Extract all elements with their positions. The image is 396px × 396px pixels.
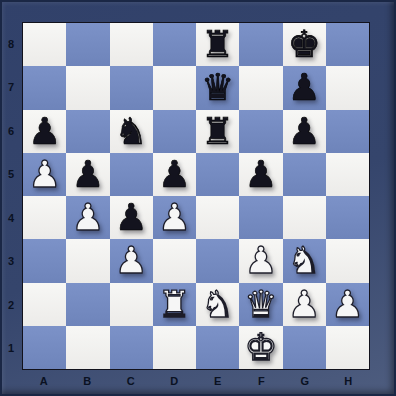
piece-white-pawn[interactable]: ♟ xyxy=(244,242,277,279)
rank-label-5: 5 xyxy=(0,153,22,197)
square-h8[interactable] xyxy=(326,23,369,66)
square-a1[interactable] xyxy=(23,326,66,369)
piece-white-knight[interactable]: ♞ xyxy=(201,286,234,323)
square-b5[interactable]: ♟ xyxy=(66,153,109,196)
rank-label-2: 2 xyxy=(0,283,22,327)
rank-label-8: 8 xyxy=(0,22,22,66)
square-h4[interactable] xyxy=(326,196,369,239)
square-f3[interactable]: ♟ xyxy=(239,239,282,282)
square-c5[interactable] xyxy=(110,153,153,196)
piece-black-king[interactable]: ♚ xyxy=(288,26,321,63)
piece-black-pawn[interactable]: ♟ xyxy=(244,156,277,193)
square-e3[interactable] xyxy=(196,239,239,282)
square-c3[interactable]: ♟ xyxy=(110,239,153,282)
piece-white-pawn[interactable]: ♟ xyxy=(115,242,148,279)
square-g1[interactable] xyxy=(283,326,326,369)
square-b2[interactable] xyxy=(66,283,109,326)
square-d4[interactable]: ♟ xyxy=(153,196,196,239)
square-e2[interactable]: ♞ xyxy=(196,283,239,326)
piece-white-king[interactable]: ♚ xyxy=(244,329,277,366)
square-g8[interactable]: ♚ xyxy=(283,23,326,66)
piece-black-pawn[interactable]: ♟ xyxy=(288,113,321,150)
square-d5[interactable]: ♟ xyxy=(153,153,196,196)
chessboard: ♜♚♛♟♟♞♜♟♟♟♟♟♟♟♟♟♟♞♜♞♛♟♟♚ xyxy=(22,22,370,370)
square-d1[interactable] xyxy=(153,326,196,369)
square-c8[interactable] xyxy=(110,23,153,66)
piece-white-rook[interactable]: ♜ xyxy=(158,286,191,323)
square-c4[interactable]: ♟ xyxy=(110,196,153,239)
square-h5[interactable] xyxy=(326,153,369,196)
square-f6[interactable] xyxy=(239,110,282,153)
square-g7[interactable]: ♟ xyxy=(283,66,326,109)
rank-label-3: 3 xyxy=(0,240,22,284)
square-a8[interactable] xyxy=(23,23,66,66)
square-h3[interactable] xyxy=(326,239,369,282)
square-b1[interactable] xyxy=(66,326,109,369)
square-h2[interactable]: ♟ xyxy=(326,283,369,326)
piece-black-pawn[interactable]: ♟ xyxy=(288,69,321,106)
rank-label-1: 1 xyxy=(0,327,22,371)
square-c1[interactable] xyxy=(110,326,153,369)
square-d3[interactable] xyxy=(153,239,196,282)
square-h6[interactable] xyxy=(326,110,369,153)
piece-black-pawn[interactable]: ♟ xyxy=(71,156,104,193)
square-e5[interactable] xyxy=(196,153,239,196)
piece-black-pawn[interactable]: ♟ xyxy=(28,113,61,150)
square-a2[interactable] xyxy=(23,283,66,326)
file-label-e: E xyxy=(196,371,240,390)
file-label-b: B xyxy=(66,371,110,390)
square-e1[interactable] xyxy=(196,326,239,369)
square-d6[interactable] xyxy=(153,110,196,153)
square-f1[interactable]: ♚ xyxy=(239,326,282,369)
square-g4[interactable] xyxy=(283,196,326,239)
square-e8[interactable]: ♜ xyxy=(196,23,239,66)
square-d2[interactable]: ♜ xyxy=(153,283,196,326)
piece-black-pawn[interactable]: ♟ xyxy=(115,199,148,236)
chessboard-frame: 87654321 ABCDEFGH ♜♚♛♟♟♞♜♟♟♟♟♟♟♟♟♟♟♞♜♞♛♟… xyxy=(0,0,396,396)
piece-white-queen[interactable]: ♛ xyxy=(244,286,277,323)
square-a4[interactable] xyxy=(23,196,66,239)
square-a7[interactable] xyxy=(23,66,66,109)
piece-black-queen[interactable]: ♛ xyxy=(201,69,234,106)
square-a5[interactable]: ♟ xyxy=(23,153,66,196)
square-e4[interactable] xyxy=(196,196,239,239)
square-f5[interactable]: ♟ xyxy=(239,153,282,196)
square-g2[interactable]: ♟ xyxy=(283,283,326,326)
square-f4[interactable] xyxy=(239,196,282,239)
piece-white-pawn[interactable]: ♟ xyxy=(331,286,364,323)
file-label-c: C xyxy=(109,371,153,390)
square-h7[interactable] xyxy=(326,66,369,109)
file-label-g: G xyxy=(283,371,327,390)
square-b3[interactable] xyxy=(66,239,109,282)
square-b6[interactable] xyxy=(66,110,109,153)
rank-label-4: 4 xyxy=(0,196,22,240)
square-h1[interactable] xyxy=(326,326,369,369)
square-c7[interactable] xyxy=(110,66,153,109)
square-a3[interactable] xyxy=(23,239,66,282)
piece-black-knight[interactable]: ♞ xyxy=(115,113,148,150)
piece-black-rook[interactable]: ♜ xyxy=(201,26,234,63)
square-b4[interactable]: ♟ xyxy=(66,196,109,239)
piece-white-pawn[interactable]: ♟ xyxy=(71,199,104,236)
square-g5[interactable] xyxy=(283,153,326,196)
square-c6[interactable]: ♞ xyxy=(110,110,153,153)
square-c2[interactable] xyxy=(110,283,153,326)
rank-label-7: 7 xyxy=(0,66,22,110)
square-g3[interactable]: ♞ xyxy=(283,239,326,282)
piece-white-pawn[interactable]: ♟ xyxy=(288,286,321,323)
square-f7[interactable] xyxy=(239,66,282,109)
file-label-f: F xyxy=(240,371,284,390)
square-b8[interactable] xyxy=(66,23,109,66)
piece-white-pawn[interactable]: ♟ xyxy=(158,199,191,236)
piece-black-rook[interactable]: ♜ xyxy=(201,113,234,150)
piece-black-pawn[interactable]: ♟ xyxy=(158,156,191,193)
file-labels: ABCDEFGH xyxy=(22,371,370,390)
square-d7[interactable] xyxy=(153,66,196,109)
square-d8[interactable] xyxy=(153,23,196,66)
file-label-h: H xyxy=(327,371,371,390)
square-g6[interactable]: ♟ xyxy=(283,110,326,153)
piece-white-pawn[interactable]: ♟ xyxy=(28,156,61,193)
rank-label-6: 6 xyxy=(0,109,22,153)
square-f8[interactable] xyxy=(239,23,282,66)
square-e6[interactable]: ♜ xyxy=(196,110,239,153)
rank-labels: 87654321 xyxy=(0,22,22,370)
square-b7[interactable] xyxy=(66,66,109,109)
file-label-a: A xyxy=(22,371,66,390)
file-label-d: D xyxy=(153,371,197,390)
square-f2[interactable]: ♛ xyxy=(239,283,282,326)
square-a6[interactable]: ♟ xyxy=(23,110,66,153)
square-e7[interactable]: ♛ xyxy=(196,66,239,109)
piece-white-knight[interactable]: ♞ xyxy=(288,242,321,279)
